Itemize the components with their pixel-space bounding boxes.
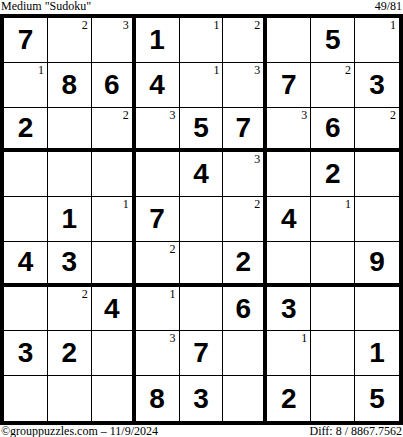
cell-r3c9[interactable]: 2: [355, 108, 399, 153]
given-digit: 3: [62, 248, 78, 276]
cell-r6c3[interactable]: [92, 242, 136, 287]
pencil-mark: 1: [301, 331, 307, 345]
cell-r6c7[interactable]: [267, 242, 311, 287]
cell-r8c5[interactable]: 7: [180, 331, 224, 376]
cell-r3c2[interactable]: [48, 108, 92, 153]
pencil-mark: 1: [213, 18, 219, 32]
cell-r3c8[interactable]: 6: [311, 108, 355, 153]
given-digit: 4: [18, 248, 34, 276]
copyright-credit: ©grouppuzzles.com – 11/9/2024: [1, 425, 158, 437]
cell-r7c2[interactable]: 2: [48, 287, 92, 332]
pencil-mark: 3: [254, 63, 260, 77]
cell-r6c5[interactable]: [180, 242, 224, 287]
pencil-mark: 1: [123, 197, 129, 211]
given-digit: 5: [325, 26, 341, 54]
cell-r5c7[interactable]: 4: [267, 197, 311, 242]
given-digit: 8: [149, 385, 165, 413]
cell-r4c7[interactable]: [267, 152, 311, 197]
given-digit: 4: [149, 71, 165, 99]
pencil-mark: 2: [82, 18, 88, 32]
given-digit: 4: [193, 160, 209, 188]
puzzle-title: Medium "Sudoku": [1, 0, 91, 13]
given-digit: 4: [281, 205, 297, 233]
given-digit: 7: [149, 205, 165, 233]
given-digit: 2: [62, 339, 78, 367]
progress-counter: 49/81: [375, 0, 402, 13]
given-digit: 4: [104, 295, 120, 323]
cell-r1c6[interactable]: 2: [223, 18, 267, 63]
pencil-mark: 3: [170, 331, 176, 345]
given-digit: 3: [193, 385, 209, 413]
cell-r9c4[interactable]: 8: [136, 376, 180, 421]
pencil-mark: 2: [390, 108, 396, 122]
cell-r6c2[interactable]: 3: [48, 242, 92, 287]
cell-r7c1[interactable]: [4, 287, 48, 332]
given-digit: 3: [18, 339, 34, 367]
cell-r2c3[interactable]: 6: [92, 63, 136, 108]
cell-r1c5[interactable]: 1: [180, 18, 224, 63]
sudoku-board: 7231125118641372322357362432117241432292…: [0, 14, 403, 425]
cell-r6c4[interactable]: 2: [136, 242, 180, 287]
pencil-mark: 2: [170, 242, 176, 256]
cell-r8c2[interactable]: 2: [48, 331, 92, 376]
cell-r2c9[interactable]: 3: [355, 63, 399, 108]
given-digit: 1: [62, 205, 78, 233]
pencil-mark: 1: [38, 63, 44, 77]
cell-r9c3[interactable]: [92, 376, 136, 421]
cell-r2c6[interactable]: 3: [223, 63, 267, 108]
cell-r8c9[interactable]: 1: [355, 331, 399, 376]
cell-r1c1[interactable]: 7: [4, 18, 48, 63]
pencil-mark: 1: [390, 18, 396, 32]
given-digit: 7: [18, 26, 34, 54]
cell-r9c6[interactable]: [223, 376, 267, 421]
cell-r5c4[interactable]: 7: [136, 197, 180, 242]
cell-r4c2[interactable]: [48, 152, 92, 197]
cell-r2c5[interactable]: 1: [180, 63, 224, 108]
cell-r6c6[interactable]: 2: [223, 242, 267, 287]
cell-r4c6[interactable]: 3: [223, 152, 267, 197]
cell-r2c4[interactable]: 4: [136, 63, 180, 108]
given-digit: 5: [193, 114, 209, 142]
cell-r9c9[interactable]: 5: [355, 376, 399, 421]
cell-r5c2[interactable]: 1: [48, 197, 92, 242]
given-digit: 8: [62, 71, 78, 99]
cell-r5c5[interactable]: [180, 197, 224, 242]
cell-r7c3[interactable]: 4: [92, 287, 136, 332]
cell-r8c8[interactable]: [311, 331, 355, 376]
cell-r4c9[interactable]: [355, 152, 399, 197]
cell-r3c5[interactable]: 5: [180, 108, 224, 153]
pencil-mark: 2: [254, 18, 260, 32]
sudoku-page: Medium "Sudoku" 49/81 723112511864137232…: [0, 0, 403, 437]
cell-r5c1[interactable]: [4, 197, 48, 242]
difficulty-label: Diff: 8 / 8867.7562: [310, 425, 402, 437]
cell-r9c5[interactable]: 3: [180, 376, 224, 421]
cell-r2c8[interactable]: 2: [311, 63, 355, 108]
given-digit: 6: [104, 71, 120, 99]
cell-r1c3[interactable]: 3: [92, 18, 136, 63]
cell-r4c8[interactable]: 2: [311, 152, 355, 197]
cell-r7c8[interactable]: [311, 287, 355, 332]
pencil-mark: 2: [254, 197, 260, 211]
cell-r8c1[interactable]: 3: [4, 331, 48, 376]
cell-r1c4[interactable]: 1: [136, 18, 180, 63]
cell-r2c7[interactable]: 7: [267, 63, 311, 108]
cell-r7c6[interactable]: 6: [223, 287, 267, 332]
given-digit: 3: [369, 71, 385, 99]
cell-r8c3[interactable]: [92, 331, 136, 376]
pencil-mark: 3: [254, 152, 260, 166]
cell-r9c2[interactable]: [48, 376, 92, 421]
given-digit: 6: [325, 114, 341, 142]
cell-r1c9[interactable]: 1: [355, 18, 399, 63]
cell-r3c4[interactable]: 3: [136, 108, 180, 153]
cell-r9c7[interactable]: 2: [267, 376, 311, 421]
cell-r4c3[interactable]: [92, 152, 136, 197]
cell-r8c7[interactable]: 1: [267, 331, 311, 376]
pencil-mark: 3: [301, 108, 307, 122]
given-digit: 2: [18, 114, 34, 142]
cell-r6c1[interactable]: 4: [4, 242, 48, 287]
cell-r9c8[interactable]: [311, 376, 355, 421]
pencil-mark: 2: [82, 287, 88, 301]
pencil-mark: 1: [345, 197, 351, 211]
cell-r3c3[interactable]: 2: [92, 108, 136, 153]
cell-r3c6[interactable]: 7: [223, 108, 267, 153]
pencil-mark: 3: [123, 18, 129, 32]
pencil-mark: 1: [213, 63, 219, 77]
cell-r9c1[interactable]: [4, 376, 48, 421]
given-digit: 1: [369, 339, 385, 367]
footer-bar: ©grouppuzzles.com – 11/9/2024 Diff: 8 / …: [0, 425, 403, 437]
given-digit: 7: [236, 114, 252, 142]
cell-r4c1[interactable]: [4, 152, 48, 197]
cell-r5c8[interactable]: 1: [311, 197, 355, 242]
given-digit: 2: [325, 160, 341, 188]
cell-r5c3[interactable]: 1: [92, 197, 136, 242]
given-digit: 1: [149, 26, 165, 54]
cell-r3c1[interactable]: 2: [4, 108, 48, 153]
cell-r7c9[interactable]: [355, 287, 399, 332]
cell-r2c2[interactable]: 8: [48, 63, 92, 108]
given-digit: 2: [281, 385, 297, 413]
cell-r6c8[interactable]: [311, 242, 355, 287]
given-digit: 2: [236, 248, 252, 276]
given-digit: 7: [193, 339, 209, 367]
cell-r1c2[interactable]: 2: [48, 18, 92, 63]
given-digit: 7: [281, 71, 297, 99]
cell-r7c4[interactable]: 1: [136, 287, 180, 332]
pencil-mark: 2: [345, 63, 351, 77]
cell-r7c5[interactable]: [180, 287, 224, 332]
cell-r5c9[interactable]: [355, 197, 399, 242]
cell-r1c7[interactable]: [267, 18, 311, 63]
pencil-mark: 2: [123, 108, 129, 122]
cell-r6c9[interactable]: 9: [355, 242, 399, 287]
pencil-mark: 1: [170, 287, 176, 301]
cell-r2c1[interactable]: 1: [4, 63, 48, 108]
cell-r7c7[interactable]: 3: [267, 287, 311, 332]
cell-r8c6[interactable]: [223, 331, 267, 376]
cell-r8c4[interactable]: 3: [136, 331, 180, 376]
pencil-mark: 3: [170, 108, 176, 122]
cell-r4c4[interactable]: [136, 152, 180, 197]
given-digit: 6: [236, 295, 252, 323]
given-digit: 9: [369, 248, 385, 276]
cell-r4c5[interactable]: 4: [180, 152, 224, 197]
given-digit: 5: [369, 385, 385, 413]
cell-r3c7[interactable]: 3: [267, 108, 311, 153]
header-bar: Medium "Sudoku" 49/81: [0, 0, 403, 14]
cell-r5c6[interactable]: 2: [223, 197, 267, 242]
given-digit: 3: [281, 295, 297, 323]
cell-r1c8[interactable]: 5: [311, 18, 355, 63]
